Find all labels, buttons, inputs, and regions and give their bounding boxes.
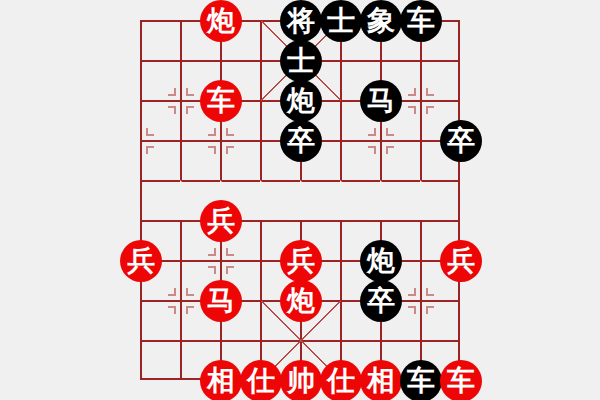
board-cell — [380, 180, 420, 220]
piece-black-soldier[interactable]: 卒 — [440, 120, 482, 162]
point-marker — [168, 288, 194, 314]
piece-red-cannon[interactable]: 炮 — [280, 280, 322, 322]
board-cell — [300, 180, 340, 220]
board-cell — [340, 180, 380, 220]
point-marker — [368, 128, 394, 154]
piece-red-general[interactable]: 帅 — [280, 360, 322, 400]
piece-black-chariot[interactable]: 车 — [400, 360, 442, 400]
board-cell — [140, 180, 180, 220]
board-cell — [140, 340, 180, 380]
board-cell — [420, 180, 460, 220]
board-cell — [260, 180, 300, 220]
piece-red-advisor[interactable]: 仕 — [240, 360, 282, 400]
piece-black-chariot[interactable]: 车 — [400, 0, 442, 42]
xiangqi-app: 炮将士象车士车炮马卒卒兵兵兵炮兵马炮卒相仕帅仕相车车 — [0, 0, 600, 400]
piece-red-soldier[interactable]: 兵 — [280, 240, 322, 282]
piece-black-cannon[interactable]: 炮 — [360, 240, 402, 282]
piece-red-elephant[interactable]: 相 — [200, 360, 242, 400]
point-marker — [208, 248, 234, 274]
piece-black-elephant[interactable]: 象 — [360, 0, 402, 42]
piece-red-soldier[interactable]: 兵 — [120, 240, 162, 282]
piece-red-advisor[interactable]: 仕 — [320, 360, 362, 400]
point-marker — [208, 128, 234, 154]
piece-black-horse[interactable]: 马 — [360, 80, 402, 122]
piece-red-cannon[interactable]: 炮 — [200, 0, 242, 42]
board-cell — [140, 20, 180, 60]
piece-red-soldier[interactable]: 兵 — [200, 200, 242, 242]
piece-red-chariot[interactable]: 车 — [200, 80, 242, 122]
point-marker — [128, 128, 154, 154]
point-marker — [408, 88, 434, 114]
piece-black-soldier[interactable]: 卒 — [280, 120, 322, 162]
point-marker — [168, 88, 194, 114]
piece-black-general[interactable]: 将 — [280, 0, 322, 42]
piece-red-soldier[interactable]: 兵 — [440, 240, 482, 282]
piece-red-horse[interactable]: 马 — [200, 280, 242, 322]
piece-black-advisor[interactable]: 士 — [280, 40, 322, 82]
xiangqi-board[interactable]: 炮将士象车士车炮马卒卒兵兵兵炮兵马炮卒相仕帅仕相车车 — [140, 20, 462, 382]
piece-red-chariot[interactable]: 车 — [440, 360, 482, 400]
point-marker — [408, 288, 434, 314]
piece-red-elephant[interactable]: 相 — [360, 360, 402, 400]
piece-black-advisor[interactable]: 士 — [320, 0, 362, 42]
piece-black-soldier[interactable]: 卒 — [360, 280, 402, 322]
piece-black-cannon[interactable]: 炮 — [280, 80, 322, 122]
